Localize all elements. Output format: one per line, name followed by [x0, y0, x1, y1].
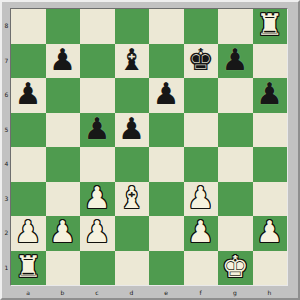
rank-label-4: 4 [3, 161, 10, 167]
square-e7[interactable] [149, 44, 184, 79]
file-label-g: g [230, 290, 240, 296]
file-label-a: a [23, 290, 33, 296]
rank-label-3: 3 [3, 196, 10, 202]
square-e4[interactable] [149, 147, 184, 182]
square-e1[interactable] [149, 251, 184, 286]
square-a1[interactable]: ♜ [11, 251, 46, 286]
square-h6[interactable]: ♟ [253, 78, 288, 113]
square-c6[interactable] [80, 78, 115, 113]
black-pawn-g7[interactable]: ♟ [222, 45, 249, 75]
square-e8[interactable] [149, 9, 184, 44]
white-pawn-h2[interactable]: ♟ [256, 217, 283, 247]
square-f7[interactable]: ♚ [184, 44, 219, 79]
black-pawn-e6[interactable]: ♟ [153, 79, 180, 109]
white-pawn-c3[interactable]: ♟ [84, 183, 111, 213]
square-a6[interactable]: ♟ [11, 78, 46, 113]
file-label-c: c [92, 290, 102, 296]
white-king-g1[interactable]: ♚ [222, 252, 249, 282]
square-c1[interactable] [80, 251, 115, 286]
rank-label-8: 8 [3, 23, 10, 29]
square-e2[interactable] [149, 216, 184, 251]
black-pawn-d5[interactable]: ♟ [118, 114, 145, 144]
rank-label-7: 7 [3, 58, 10, 64]
file-label-b: b [58, 290, 68, 296]
square-b8[interactable] [46, 9, 81, 44]
square-g3[interactable] [218, 182, 253, 217]
square-h5[interactable] [253, 113, 288, 148]
black-bishop-d7[interactable]: ♝ [118, 45, 145, 75]
square-g2[interactable] [218, 216, 253, 251]
square-d6[interactable] [115, 78, 150, 113]
square-e3[interactable] [149, 182, 184, 217]
square-a3[interactable] [11, 182, 46, 217]
square-h4[interactable] [253, 147, 288, 182]
white-pawn-f2[interactable]: ♟ [187, 217, 214, 247]
square-b5[interactable] [46, 113, 81, 148]
square-d8[interactable] [115, 9, 150, 44]
black-king-f7[interactable]: ♚ [187, 45, 214, 75]
square-h8[interactable]: ♜ [253, 9, 288, 44]
square-f4[interactable] [184, 147, 219, 182]
square-d5[interactable]: ♟ [115, 113, 150, 148]
square-b3[interactable] [46, 182, 81, 217]
square-g5[interactable] [218, 113, 253, 148]
square-h7[interactable] [253, 44, 288, 79]
square-b1[interactable] [46, 251, 81, 286]
rank-label-6: 6 [3, 92, 10, 98]
square-c4[interactable] [80, 147, 115, 182]
square-d7[interactable]: ♝ [115, 44, 150, 79]
file-label-d: d [127, 290, 137, 296]
square-b4[interactable] [46, 147, 81, 182]
square-g6[interactable] [218, 78, 253, 113]
square-a2[interactable]: ♟ [11, 216, 46, 251]
square-b2[interactable]: ♟ [46, 216, 81, 251]
square-c7[interactable] [80, 44, 115, 79]
square-e5[interactable] [149, 113, 184, 148]
square-c5[interactable]: ♟ [80, 113, 115, 148]
square-f8[interactable] [184, 9, 219, 44]
square-d1[interactable] [115, 251, 150, 286]
white-pawn-b2[interactable]: ♟ [49, 217, 76, 247]
chess-window-frame: ♜♟♝♚♟♟♟♟♟♟♟♝♟♟♟♟♟♟♜♚ 87654321abcdefgh [0, 0, 300, 300]
square-d2[interactable] [115, 216, 150, 251]
white-rook-h8[interactable]: ♜ [256, 10, 283, 40]
square-a8[interactable] [11, 9, 46, 44]
square-g8[interactable] [218, 9, 253, 44]
white-rook-a1[interactable]: ♜ [15, 252, 42, 282]
white-pawn-c2[interactable]: ♟ [84, 217, 111, 247]
file-label-e: e [161, 290, 171, 296]
white-pawn-a2[interactable]: ♟ [15, 217, 42, 247]
square-a7[interactable] [11, 44, 46, 79]
file-label-h: h [265, 290, 275, 296]
rank-label-2: 2 [3, 230, 10, 236]
square-e6[interactable]: ♟ [149, 78, 184, 113]
square-f1[interactable] [184, 251, 219, 286]
square-f5[interactable] [184, 113, 219, 148]
file-label-f: f [196, 290, 206, 296]
black-pawn-h6[interactable]: ♟ [256, 79, 283, 109]
square-h2[interactable]: ♟ [253, 216, 288, 251]
square-d4[interactable] [115, 147, 150, 182]
square-b7[interactable]: ♟ [46, 44, 81, 79]
square-h1[interactable] [253, 251, 288, 286]
square-a5[interactable] [11, 113, 46, 148]
square-h3[interactable] [253, 182, 288, 217]
square-f3[interactable]: ♟ [184, 182, 219, 217]
square-c8[interactable] [80, 9, 115, 44]
square-b6[interactable] [46, 78, 81, 113]
square-f2[interactable]: ♟ [184, 216, 219, 251]
square-a4[interactable] [11, 147, 46, 182]
rank-label-5: 5 [3, 127, 10, 133]
chess-board: ♜♟♝♚♟♟♟♟♟♟♟♝♟♟♟♟♟♟♜♚ [10, 8, 288, 286]
white-bishop-d3[interactable]: ♝ [118, 183, 145, 213]
square-g1[interactable]: ♚ [218, 251, 253, 286]
black-pawn-a6[interactable]: ♟ [15, 79, 42, 109]
square-g7[interactable]: ♟ [218, 44, 253, 79]
black-pawn-b7[interactable]: ♟ [49, 45, 76, 75]
square-d3[interactable]: ♝ [115, 182, 150, 217]
square-c3[interactable]: ♟ [80, 182, 115, 217]
white-pawn-f3[interactable]: ♟ [187, 183, 214, 213]
square-g4[interactable] [218, 147, 253, 182]
square-f6[interactable] [184, 78, 219, 113]
rank-label-1: 1 [3, 265, 10, 271]
square-c2[interactable]: ♟ [80, 216, 115, 251]
black-pawn-c5[interactable]: ♟ [84, 114, 111, 144]
